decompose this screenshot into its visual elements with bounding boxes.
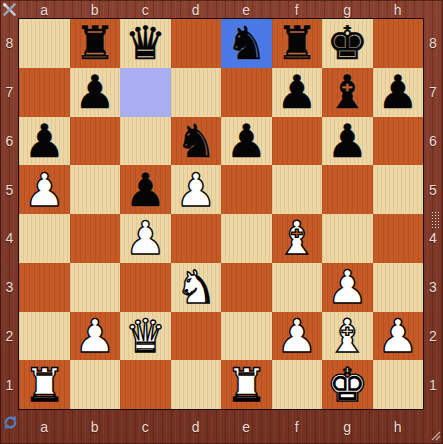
white-bishop[interactable]: ♝ bbox=[276, 214, 317, 262]
drag-handle-dots[interactable] bbox=[431, 211, 440, 228]
rank-label-right-7: 7 bbox=[423, 68, 443, 117]
resize-grip-icon[interactable] bbox=[428, 428, 441, 441]
white-queen[interactable]: ♛ bbox=[125, 312, 166, 360]
square-f7[interactable]: ♟ bbox=[272, 68, 323, 117]
rank-label-left-6: 6 bbox=[0, 117, 19, 166]
file-label-bottom-f: f bbox=[272, 419, 323, 435]
white-pawn[interactable]: ♟ bbox=[125, 214, 166, 262]
file-label-bottom-g: g bbox=[322, 419, 373, 435]
square-f2[interactable]: ♟ bbox=[272, 312, 323, 361]
black-pawn[interactable]: ♟ bbox=[24, 117, 65, 165]
square-f4[interactable]: ♝ bbox=[272, 214, 323, 263]
black-pawn[interactable]: ♟ bbox=[125, 166, 166, 214]
square-d1[interactable] bbox=[171, 360, 222, 409]
square-a4[interactable] bbox=[19, 214, 70, 263]
square-b7[interactable]: ♟ bbox=[70, 68, 121, 117]
rank-label-right-1: 1 bbox=[423, 360, 443, 409]
square-a3[interactable] bbox=[19, 263, 70, 312]
square-g3[interactable]: ♟ bbox=[322, 263, 373, 312]
square-c1[interactable] bbox=[120, 360, 171, 409]
square-d7[interactable] bbox=[171, 68, 222, 117]
square-a7[interactable] bbox=[19, 68, 70, 117]
board: ♜♛♞♜♚♟♟♝♟♟♞♟♟♟♟♟♟♝♞♟♟♛♟♝♟♜♜♚ bbox=[19, 19, 423, 409]
square-d6[interactable]: ♞ bbox=[171, 117, 222, 166]
square-e3[interactable] bbox=[221, 263, 272, 312]
square-f1[interactable] bbox=[272, 360, 323, 409]
square-d2[interactable] bbox=[171, 312, 222, 361]
square-c7[interactable] bbox=[120, 68, 171, 117]
flip-board-refresh-icon[interactable] bbox=[2, 414, 19, 431]
rank-label-right-6: 6 bbox=[423, 117, 443, 166]
square-c3[interactable] bbox=[120, 263, 171, 312]
file-label-top-a: a bbox=[19, 2, 70, 18]
file-label-bottom-c: c bbox=[120, 419, 171, 435]
black-rook[interactable]: ♜ bbox=[74, 19, 115, 67]
file-label-bottom-d: d bbox=[171, 419, 222, 435]
black-bishop[interactable]: ♝ bbox=[327, 68, 368, 116]
black-pawn[interactable]: ♟ bbox=[74, 68, 115, 116]
rank-label-right-8: 8 bbox=[423, 19, 443, 68]
rank-label-left-3: 3 bbox=[0, 263, 19, 312]
file-labels-bottom: abcdefgh bbox=[19, 409, 423, 444]
white-rook[interactable]: ♜ bbox=[226, 361, 267, 409]
file-label-bottom-b: b bbox=[70, 419, 121, 435]
rank-label-left-2: 2 bbox=[0, 312, 19, 361]
square-g7[interactable]: ♝ bbox=[322, 68, 373, 117]
file-label-bottom-h: h bbox=[373, 419, 424, 435]
square-e6[interactable]: ♟ bbox=[221, 117, 272, 166]
square-g2[interactable]: ♝ bbox=[322, 312, 373, 361]
square-c8[interactable]: ♛ bbox=[120, 19, 171, 68]
rank-label-left-4: 4 bbox=[0, 214, 19, 263]
square-h7[interactable]: ♟ bbox=[373, 68, 424, 117]
file-labels-top: abcdefgh bbox=[19, 0, 423, 19]
board-settings-tools-icon[interactable] bbox=[1, 1, 18, 18]
rank-label-left-1: 1 bbox=[0, 360, 19, 409]
white-pawn[interactable]: ♟ bbox=[327, 263, 368, 311]
square-a1[interactable]: ♜ bbox=[19, 360, 70, 409]
file-label-bottom-e: e bbox=[221, 419, 272, 435]
rank-labels-left: 87654321 bbox=[0, 19, 19, 409]
square-f3[interactable] bbox=[272, 263, 323, 312]
square-e4[interactable] bbox=[221, 214, 272, 263]
square-d5[interactable]: ♟ bbox=[171, 165, 222, 214]
square-c4[interactable]: ♟ bbox=[120, 214, 171, 263]
square-f6[interactable] bbox=[272, 117, 323, 166]
file-label-top-g: g bbox=[322, 2, 373, 18]
chess-board-frame: abcdefgh 87654321 87654321 ♜♛♞♜♚♟♟♝♟♟♞♟♟… bbox=[0, 0, 443, 444]
file-label-top-c: c bbox=[120, 2, 171, 18]
square-c6[interactable] bbox=[120, 117, 171, 166]
square-h6[interactable] bbox=[373, 117, 424, 166]
square-c2[interactable]: ♛ bbox=[120, 312, 171, 361]
black-pawn[interactable]: ♟ bbox=[226, 117, 267, 165]
square-h4[interactable] bbox=[373, 214, 424, 263]
square-g8[interactable]: ♚ bbox=[322, 19, 373, 68]
square-a8[interactable] bbox=[19, 19, 70, 68]
square-h5[interactable] bbox=[373, 165, 424, 214]
square-b2[interactable]: ♟ bbox=[70, 312, 121, 361]
white-pawn[interactable]: ♟ bbox=[24, 166, 65, 214]
black-pawn[interactable]: ♟ bbox=[377, 68, 418, 116]
square-d4[interactable] bbox=[171, 214, 222, 263]
rank-label-right-5: 5 bbox=[423, 165, 443, 214]
black-knight[interactable]: ♞ bbox=[175, 117, 216, 165]
black-knight[interactable]: ♞ bbox=[226, 19, 267, 67]
square-e8[interactable]: ♞ bbox=[221, 19, 272, 68]
file-label-top-h: h bbox=[373, 2, 424, 18]
square-h2[interactable]: ♟ bbox=[373, 312, 424, 361]
white-rook[interactable]: ♜ bbox=[24, 361, 65, 409]
square-g5[interactable] bbox=[322, 165, 373, 214]
white-pawn[interactable]: ♟ bbox=[276, 312, 317, 360]
file-label-top-e: e bbox=[221, 2, 272, 18]
white-king[interactable]: ♚ bbox=[327, 361, 368, 409]
square-d8[interactable] bbox=[171, 19, 222, 68]
file-label-top-d: d bbox=[171, 2, 222, 18]
square-g1[interactable]: ♚ bbox=[322, 360, 373, 409]
square-a2[interactable] bbox=[19, 312, 70, 361]
rank-label-left-8: 8 bbox=[0, 19, 19, 68]
rank-label-right-2: 2 bbox=[423, 312, 443, 361]
black-queen[interactable]: ♛ bbox=[125, 19, 166, 67]
square-b4[interactable] bbox=[70, 214, 121, 263]
square-b6[interactable] bbox=[70, 117, 121, 166]
file-label-top-f: f bbox=[272, 2, 323, 18]
square-g6[interactable]: ♟ bbox=[322, 117, 373, 166]
square-e7[interactable] bbox=[221, 68, 272, 117]
square-c5[interactable]: ♟ bbox=[120, 165, 171, 214]
square-f8[interactable]: ♜ bbox=[272, 19, 323, 68]
rank-label-left-7: 7 bbox=[0, 68, 19, 117]
white-pawn[interactable]: ♟ bbox=[74, 312, 115, 360]
square-g4[interactable] bbox=[322, 214, 373, 263]
rank-label-right-3: 3 bbox=[423, 263, 443, 312]
square-f5[interactable] bbox=[272, 165, 323, 214]
black-rook[interactable]: ♜ bbox=[276, 19, 317, 67]
square-h1[interactable] bbox=[373, 360, 424, 409]
black-pawn[interactable]: ♟ bbox=[276, 68, 317, 116]
square-b1[interactable] bbox=[70, 360, 121, 409]
white-pawn[interactable]: ♟ bbox=[377, 312, 418, 360]
square-b5[interactable] bbox=[70, 165, 121, 214]
white-bishop[interactable]: ♝ bbox=[327, 312, 368, 360]
square-h8[interactable] bbox=[373, 19, 424, 68]
white-pawn[interactable]: ♟ bbox=[175, 166, 216, 214]
black-king[interactable]: ♚ bbox=[327, 19, 368, 67]
square-h3[interactable] bbox=[373, 263, 424, 312]
file-label-top-b: b bbox=[70, 2, 121, 18]
square-b8[interactable]: ♜ bbox=[70, 19, 121, 68]
square-a5[interactable]: ♟ bbox=[19, 165, 70, 214]
square-e1[interactable]: ♜ bbox=[221, 360, 272, 409]
file-label-bottom-a: a bbox=[19, 419, 70, 435]
black-pawn[interactable]: ♟ bbox=[327, 117, 368, 165]
square-a6[interactable]: ♟ bbox=[19, 117, 70, 166]
square-e2[interactable] bbox=[221, 312, 272, 361]
square-b3[interactable] bbox=[70, 263, 121, 312]
square-d3[interactable]: ♞ bbox=[171, 263, 222, 312]
square-e5[interactable] bbox=[221, 165, 272, 214]
white-knight[interactable]: ♞ bbox=[175, 263, 216, 311]
rank-label-left-5: 5 bbox=[0, 165, 19, 214]
